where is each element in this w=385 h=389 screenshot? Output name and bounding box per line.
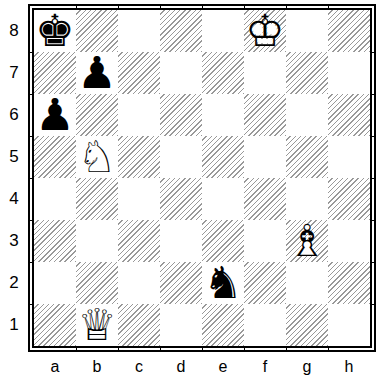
square-b3[interactable] <box>76 220 118 262</box>
square-h6[interactable] <box>328 94 370 136</box>
frame-tick <box>202 348 203 350</box>
frame-tick <box>328 6 329 8</box>
square-a7[interactable] <box>34 52 76 94</box>
file-label-c: c <box>118 358 160 376</box>
square-c6[interactable] <box>118 94 160 136</box>
square-d4[interactable] <box>160 178 202 220</box>
board-frame: ♚♚♔♟♟♞♘♝♗♞♛♕ <box>28 4 376 352</box>
frame-tick <box>202 6 203 8</box>
piece-white-bishop: ♝♗ <box>287 220 326 262</box>
square-f3[interactable] <box>244 220 286 262</box>
square-a5[interactable] <box>34 136 76 178</box>
frame-tick <box>328 348 329 350</box>
piece-black-knight: ♞ <box>203 262 242 304</box>
file-label-e: e <box>202 358 244 376</box>
file-label-d: d <box>160 358 202 376</box>
square-c4[interactable] <box>118 178 160 220</box>
square-h5[interactable] <box>328 136 370 178</box>
square-c2[interactable] <box>118 262 160 304</box>
piece-white-knight: ♞♘ <box>77 136 116 178</box>
piece-white-king: ♚♔ <box>245 10 284 52</box>
frame-tick <box>286 348 287 350</box>
square-a4[interactable] <box>34 178 76 220</box>
frame-tick <box>244 6 245 8</box>
board-area: 87654321 ♚♚♔♟♟♞♘♝♗♞♛♕ <box>0 4 385 352</box>
square-g8[interactable] <box>286 10 328 52</box>
square-h8[interactable] <box>328 10 370 52</box>
file-label-a: a <box>34 358 76 376</box>
square-g7[interactable] <box>286 52 328 94</box>
square-e1[interactable] <box>202 304 244 346</box>
square-h1[interactable] <box>328 304 370 346</box>
frame-tick <box>76 348 77 350</box>
square-g6[interactable] <box>286 94 328 136</box>
square-g5[interactable] <box>286 136 328 178</box>
square-b8[interactable] <box>76 10 118 52</box>
rank-labels: 87654321 <box>0 4 28 352</box>
piece-outline: ♔ <box>245 10 284 52</box>
rank-label-7: 7 <box>0 52 28 94</box>
square-e4[interactable] <box>202 178 244 220</box>
square-b4[interactable] <box>76 178 118 220</box>
square-b1[interactable]: ♛♕ <box>76 304 118 346</box>
file-label-f: f <box>244 358 286 376</box>
square-h7[interactable] <box>328 52 370 94</box>
board-frame-inner: ♚♚♔♟♟♞♘♝♗♞♛♕ <box>32 8 372 348</box>
frame-tick <box>30 304 32 305</box>
file-label-h: h <box>328 358 370 376</box>
square-d7[interactable] <box>160 52 202 94</box>
rank-label-6: 6 <box>0 94 28 136</box>
frame-tick <box>372 136 374 137</box>
square-e7[interactable] <box>202 52 244 94</box>
square-c7[interactable] <box>118 52 160 94</box>
square-d5[interactable] <box>160 136 202 178</box>
frame-tick <box>372 262 374 263</box>
piece-outline: ♗ <box>287 220 326 262</box>
board-frame-gap: ♚♚♔♟♟♞♘♝♗♞♛♕ <box>30 6 374 350</box>
rank-label-1: 1 <box>0 304 28 346</box>
square-d8[interactable] <box>160 10 202 52</box>
square-a6[interactable]: ♟ <box>34 94 76 136</box>
square-c1[interactable] <box>118 304 160 346</box>
square-f5[interactable] <box>244 136 286 178</box>
square-g2[interactable] <box>286 262 328 304</box>
frame-tick <box>30 262 32 263</box>
square-a3[interactable] <box>34 220 76 262</box>
frame-tick <box>118 348 119 350</box>
square-h4[interactable] <box>328 178 370 220</box>
square-f7[interactable] <box>244 52 286 94</box>
square-f6[interactable] <box>244 94 286 136</box>
rank-label-4: 4 <box>0 178 28 220</box>
file-label-g: g <box>286 358 328 376</box>
frame-tick <box>160 348 161 350</box>
square-b2[interactable] <box>76 262 118 304</box>
square-g4[interactable] <box>286 178 328 220</box>
square-a1[interactable] <box>34 304 76 346</box>
frame-tick <box>244 348 245 350</box>
square-h2[interactable] <box>328 262 370 304</box>
square-d2[interactable] <box>160 262 202 304</box>
rank-label-3: 3 <box>0 220 28 262</box>
chess-diagram: 87654321 ♚♚♔♟♟♞♘♝♗♞♛♕ abcdefgh <box>0 0 385 381</box>
chess-board: ♚♚♔♟♟♞♘♝♗♞♛♕ <box>34 10 370 346</box>
square-a8[interactable]: ♚ <box>34 10 76 52</box>
square-e2[interactable]: ♞ <box>202 262 244 304</box>
frame-tick <box>372 52 374 53</box>
piece-outline: ♘ <box>77 136 116 178</box>
frame-tick <box>372 304 374 305</box>
frame-tick <box>372 94 374 95</box>
piece-black-pawn: ♟ <box>35 94 74 136</box>
frame-tick <box>286 6 287 8</box>
frame-tick <box>30 52 32 53</box>
square-a2[interactable] <box>34 262 76 304</box>
square-h3[interactable] <box>328 220 370 262</box>
square-c5[interactable] <box>118 136 160 178</box>
square-e6[interactable] <box>202 94 244 136</box>
square-c3[interactable] <box>118 220 160 262</box>
piece-white-queen: ♛♕ <box>77 304 116 346</box>
square-b5[interactable]: ♞♘ <box>76 136 118 178</box>
frame-tick <box>30 220 32 221</box>
square-d3[interactable] <box>160 220 202 262</box>
frame-tick <box>118 6 119 8</box>
square-f8[interactable]: ♚♔ <box>244 10 286 52</box>
frame-tick <box>372 178 374 179</box>
rank-label-5: 5 <box>0 136 28 178</box>
file-label-b: b <box>76 358 118 376</box>
frame-tick <box>76 6 77 8</box>
piece-outline: ♕ <box>77 304 116 346</box>
square-f4[interactable] <box>244 178 286 220</box>
square-f2[interactable] <box>244 262 286 304</box>
piece-black-king: ♚ <box>35 10 74 52</box>
rank-label-8: 8 <box>0 10 28 52</box>
frame-tick <box>30 94 32 95</box>
square-b7[interactable]: ♟ <box>76 52 118 94</box>
square-f1[interactable] <box>244 304 286 346</box>
frame-tick <box>30 178 32 179</box>
frame-tick <box>160 6 161 8</box>
frame-tick <box>30 136 32 137</box>
square-e3[interactable] <box>202 220 244 262</box>
frame-tick <box>372 220 374 221</box>
file-labels: abcdefgh <box>34 352 385 381</box>
square-d6[interactable] <box>160 94 202 136</box>
square-e8[interactable] <box>202 10 244 52</box>
square-g3[interactable]: ♝♗ <box>286 220 328 262</box>
square-g1[interactable] <box>286 304 328 346</box>
piece-black-pawn: ♟ <box>77 52 116 94</box>
rank-label-2: 2 <box>0 262 28 304</box>
square-e5[interactable] <box>202 136 244 178</box>
square-d1[interactable] <box>160 304 202 346</box>
square-b6[interactable] <box>76 94 118 136</box>
square-c8[interactable] <box>118 10 160 52</box>
